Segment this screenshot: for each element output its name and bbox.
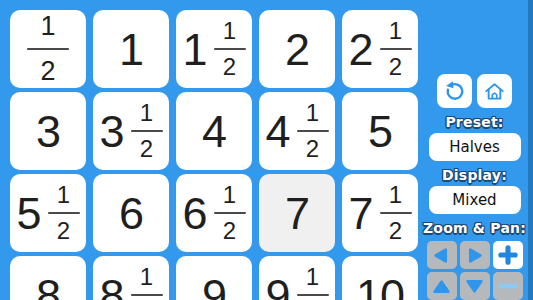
whole-number: 5 — [16, 191, 40, 236]
fraction: 12 — [297, 101, 329, 162]
triangle-right-icon — [465, 247, 484, 264]
fraction: 12 — [297, 265, 329, 300]
numerator: 1 — [223, 19, 236, 43]
zoom-pan-controls — [427, 241, 523, 300]
cell-9[interactable]: 9 — [176, 256, 252, 300]
numerator: 1 — [140, 265, 153, 289]
fraction: 12 — [380, 19, 412, 80]
cell-5-1-2[interactable]: 512 — [10, 174, 86, 252]
fraction-bar — [27, 48, 69, 51]
whole-number: 7 — [285, 191, 309, 236]
whole-number: 1 — [182, 27, 206, 72]
fraction: 12 — [380, 183, 412, 244]
reset-icon — [443, 80, 466, 103]
whole-number: 3 — [36, 109, 60, 154]
whole-number: 4 — [202, 109, 226, 154]
fraction-bar — [214, 48, 246, 51]
home-icon — [483, 80, 506, 103]
cell-2-1-2[interactable]: 212 — [342, 10, 418, 88]
fraction-bar — [214, 212, 246, 215]
display-select[interactable]: Mixed — [429, 186, 521, 214]
triangle-left-icon — [432, 247, 451, 264]
cell-6-1-2[interactable]: 612 — [176, 174, 252, 252]
whole-number: 1 — [119, 27, 143, 72]
reset-button[interactable] — [437, 74, 472, 108]
triangle-up-icon — [432, 278, 451, 295]
fraction: 12 — [214, 183, 246, 244]
fraction-bar — [48, 212, 80, 215]
whole-number: 2 — [285, 27, 309, 72]
cell-5[interactable]: 5 — [342, 92, 418, 170]
sidebar: Preset: Halves Display: Mixed Zoom & Pan… — [421, 0, 528, 300]
numerator: 1 — [40, 13, 55, 40]
numerator: 1 — [57, 183, 70, 207]
cell-3-1-2[interactable]: 312 — [93, 92, 169, 170]
denominator: 2 — [223, 219, 236, 243]
triangle-down-icon — [465, 278, 484, 295]
right-edge-shade — [528, 0, 533, 300]
whole-number: 7 — [348, 191, 372, 236]
numerator: 1 — [306, 101, 319, 125]
zoom-out-button[interactable] — [493, 272, 523, 300]
cell-8-1-2[interactable]: 812 — [93, 256, 169, 300]
pan-up-button[interactable] — [427, 272, 457, 300]
denominator: 2 — [40, 58, 55, 85]
numerator: 1 — [223, 183, 236, 207]
fraction-bar — [131, 130, 163, 133]
fraction-bar — [131, 294, 163, 297]
fraction: 12 — [48, 183, 80, 244]
fraction: 12 — [131, 101, 163, 162]
minus-icon — [497, 275, 519, 297]
toolbar — [437, 74, 512, 108]
numerator: 1 — [306, 265, 319, 289]
fraction-bar — [297, 130, 329, 133]
whole-number: 5 — [368, 109, 392, 154]
cell-10[interactable]: 10 — [342, 256, 418, 300]
whole-number: 10 — [356, 273, 404, 300]
fraction: 12 — [214, 19, 246, 80]
denominator: 2 — [389, 219, 402, 243]
cell-1-2[interactable]: 12 — [10, 10, 86, 88]
cell-7[interactable]: 7 — [259, 174, 335, 252]
whole-number: 4 — [265, 109, 289, 154]
pan-down-button[interactable] — [460, 272, 490, 300]
fraction-bar — [380, 212, 412, 215]
fraction: 12 — [27, 13, 69, 86]
preset-select[interactable]: Halves — [429, 133, 521, 161]
denominator: 2 — [389, 55, 402, 79]
fraction-bar — [297, 294, 329, 297]
cell-4[interactable]: 4 — [176, 92, 252, 170]
zoom-pan-label: Zoom & Pan: — [423, 220, 526, 236]
home-button[interactable] — [477, 74, 512, 108]
display-label: Display: — [442, 167, 507, 183]
fraction: 12 — [131, 265, 163, 300]
whole-number: 8 — [36, 273, 60, 300]
whole-number: 9 — [265, 273, 289, 300]
whole-number: 8 — [99, 273, 123, 300]
denominator: 2 — [57, 219, 70, 243]
cell-3[interactable]: 3 — [10, 92, 86, 170]
cell-1[interactable]: 1 — [93, 10, 169, 88]
cell-4-1-2[interactable]: 412 — [259, 92, 335, 170]
number-chart-board: 1211122212331244125512661277128812991210 — [0, 0, 428, 300]
pan-right-button[interactable] — [460, 241, 490, 269]
whole-number: 3 — [99, 109, 123, 154]
numerator: 1 — [389, 183, 402, 207]
denominator: 2 — [140, 137, 153, 161]
whole-number: 6 — [182, 191, 206, 236]
cell-7-1-2[interactable]: 712 — [342, 174, 418, 252]
cell-2[interactable]: 2 — [259, 10, 335, 88]
cell-9-1-2[interactable]: 912 — [259, 256, 335, 300]
numerator: 1 — [140, 101, 153, 125]
fraction-bar — [380, 48, 412, 51]
preset-value: Halves — [449, 138, 500, 156]
plus-icon — [497, 244, 519, 266]
cell-8[interactable]: 8 — [10, 256, 86, 300]
denominator: 2 — [306, 137, 319, 161]
numerator: 1 — [389, 19, 402, 43]
preset-label: Preset: — [445, 114, 503, 130]
denominator: 2 — [223, 55, 236, 79]
pan-left-button[interactable] — [427, 241, 457, 269]
whole-number: 2 — [348, 27, 372, 72]
display-value: Mixed — [452, 191, 496, 209]
zoom-in-button[interactable] — [493, 241, 523, 269]
whole-number: 9 — [202, 273, 226, 300]
whole-number: 6 — [119, 191, 143, 236]
cell-1-1-2[interactable]: 112 — [176, 10, 252, 88]
cell-6[interactable]: 6 — [93, 174, 169, 252]
